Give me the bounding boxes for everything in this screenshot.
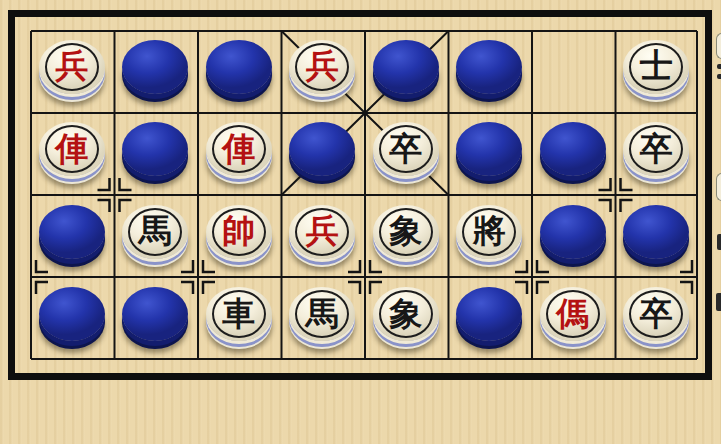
piece-character: 車	[206, 287, 272, 339]
piece-character: 象	[373, 205, 439, 257]
board-cell[interactable]: 兵	[281, 30, 365, 113]
hidden-piece[interactable]	[122, 122, 188, 176]
board-cell[interactable]: 卒	[364, 113, 448, 196]
board-cell[interactable]: 卒	[615, 113, 699, 196]
hidden-piece[interactable]	[456, 40, 522, 94]
piece-character: 兵	[289, 205, 355, 257]
piece-character: 帥	[206, 205, 272, 257]
board-cell[interactable]	[114, 278, 198, 361]
board-cell[interactable]: 將	[448, 195, 532, 278]
board-cell[interactable]: 俥	[197, 113, 281, 196]
piece-black[interactable]: 卒	[623, 287, 689, 341]
board-cell[interactable]	[615, 195, 699, 278]
board-cell[interactable]: 士	[615, 30, 699, 113]
board-cell[interactable]	[30, 278, 114, 361]
piece-character: 將	[456, 205, 522, 257]
board-cell[interactable]: 兵	[281, 195, 365, 278]
hidden-piece[interactable]	[289, 122, 355, 176]
piece-character: 馬	[289, 287, 355, 339]
cutoff-right-panel-piece	[716, 173, 721, 201]
piece-red[interactable]: 兵	[289, 205, 355, 259]
piece-character: 俥	[39, 122, 105, 174]
piece-character: 象	[373, 287, 439, 339]
board-cell[interactable]: 傌	[531, 278, 615, 361]
board-cell[interactable]: 兵	[30, 30, 114, 113]
board-cell[interactable]	[197, 30, 281, 113]
board: 兵兵士俥俥卒卒馬帥兵象將車馬象傌卒	[30, 30, 698, 360]
piece-black[interactable]: 士	[623, 40, 689, 94]
hidden-piece[interactable]	[623, 205, 689, 259]
piece-character: 卒	[623, 122, 689, 174]
piece-red[interactable]: 俥	[39, 122, 105, 176]
piece-character: 士	[623, 40, 689, 92]
board-cell[interactable]	[364, 30, 448, 113]
board-cells: 兵兵士俥俥卒卒馬帥兵象將車馬象傌卒	[30, 30, 698, 360]
piece-character: 馬	[122, 205, 188, 257]
piece-black[interactable]: 馬	[289, 287, 355, 341]
hidden-piece[interactable]	[122, 40, 188, 94]
hidden-piece[interactable]	[39, 287, 105, 341]
board-cell[interactable]	[531, 30, 615, 113]
piece-red[interactable]: 帥	[206, 205, 272, 259]
piece-black[interactable]: 車	[206, 287, 272, 341]
hidden-piece[interactable]	[39, 205, 105, 259]
piece-character: 卒	[623, 287, 689, 339]
board-cell[interactable]	[531, 113, 615, 196]
board-cell[interactable]	[281, 113, 365, 196]
board-cell[interactable]: 車	[197, 278, 281, 361]
piece-red[interactable]: 傌	[540, 287, 606, 341]
cutoff-right-panel-mark	[717, 64, 721, 69]
hidden-piece[interactable]	[122, 287, 188, 341]
piece-black[interactable]: 象	[373, 205, 439, 259]
hidden-piece[interactable]	[540, 122, 606, 176]
piece-red[interactable]: 俥	[206, 122, 272, 176]
piece-character: 兵	[39, 40, 105, 92]
board-cell[interactable]: 帥	[197, 195, 281, 278]
piece-character: 兵	[289, 40, 355, 92]
hidden-piece[interactable]	[456, 122, 522, 176]
piece-black[interactable]: 卒	[373, 122, 439, 176]
piece-red[interactable]: 兵	[39, 40, 105, 94]
piece-character: 俥	[206, 122, 272, 174]
hidden-piece[interactable]	[206, 40, 272, 94]
board-cell[interactable]: 馬	[281, 278, 365, 361]
piece-character: 傌	[540, 287, 606, 339]
board-cell[interactable]	[448, 113, 532, 196]
cutoff-right-panel-piece	[716, 33, 721, 59]
cutoff-right-panel-mark	[717, 74, 721, 79]
hidden-piece[interactable]	[540, 205, 606, 259]
piece-character: 卒	[373, 122, 439, 174]
board-cell[interactable]: 象	[364, 278, 448, 361]
board-cell[interactable]	[448, 278, 532, 361]
piece-black[interactable]: 將	[456, 205, 522, 259]
board-cell[interactable]	[114, 30, 198, 113]
board-cell[interactable]: 馬	[114, 195, 198, 278]
board-cell[interactable]	[448, 30, 532, 113]
hidden-piece[interactable]	[373, 40, 439, 94]
piece-black[interactable]: 馬	[122, 205, 188, 259]
board-cell[interactable]: 象	[364, 195, 448, 278]
cutoff-right-panel-mark	[716, 293, 721, 311]
board-cell[interactable]	[114, 113, 198, 196]
board-cell[interactable]	[30, 195, 114, 278]
board-cell[interactable]: 卒	[615, 278, 699, 361]
piece-black[interactable]: 卒	[623, 122, 689, 176]
piece-red[interactable]: 兵	[289, 40, 355, 94]
hidden-piece[interactable]	[456, 287, 522, 341]
piece-black[interactable]: 象	[373, 287, 439, 341]
cutoff-right-panel-mark	[717, 234, 721, 250]
board-cell[interactable]: 俥	[30, 113, 114, 196]
board-cell[interactable]	[531, 195, 615, 278]
